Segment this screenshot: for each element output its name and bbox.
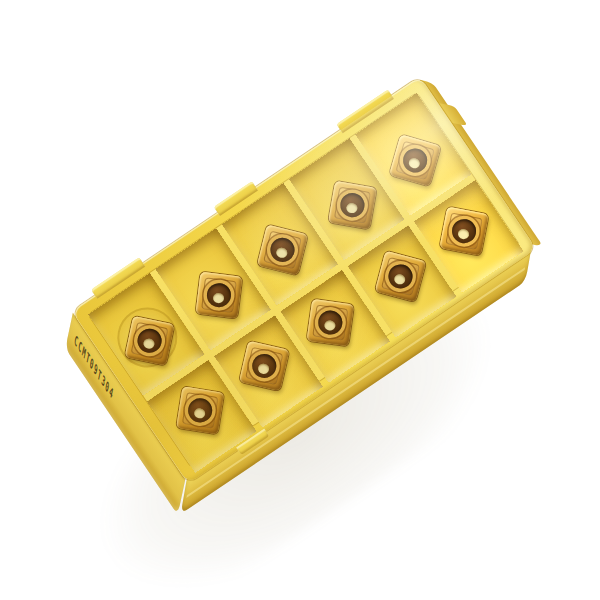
insert-box: CCMT09T304: [72, 76, 537, 483]
insert-center-hole: [385, 262, 414, 291]
insert-center-hole: [206, 281, 233, 308]
carbide-insert: [257, 224, 308, 275]
carbide-insert: [239, 340, 289, 390]
carbide-insert: [374, 251, 425, 302]
insert-center-hole: [186, 397, 213, 424]
product-photo: CCMT09T304: [0, 0, 600, 600]
insert-center-hole: [400, 145, 430, 175]
insert-center-hole: [135, 326, 163, 354]
insert-center-hole: [338, 191, 366, 219]
insert-center-hole: [450, 217, 478, 245]
insert-center-hole: [250, 351, 279, 380]
carbide-insert: [176, 386, 224, 434]
carbide-insert: [328, 181, 377, 230]
insert-center-hole: [317, 309, 344, 336]
carbide-insert: [389, 134, 441, 186]
insert-center-hole: [268, 235, 297, 264]
carbide-insert: [306, 299, 353, 346]
carbide-insert: [439, 206, 488, 255]
carbide-insert: [196, 271, 243, 318]
carbide-insert: [124, 316, 174, 366]
